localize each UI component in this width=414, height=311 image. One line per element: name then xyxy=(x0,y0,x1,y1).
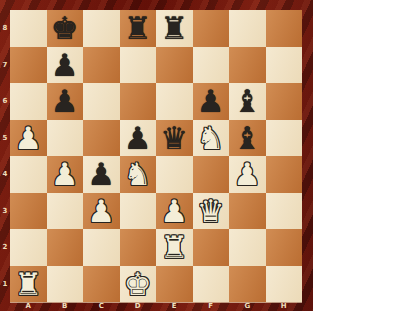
square-g1[interactable] xyxy=(229,266,266,303)
rank-label-3: 3 xyxy=(0,193,10,230)
piece-black-king[interactable]: ♚ xyxy=(51,10,79,47)
piece-white-pawn[interactable]: ♟ xyxy=(87,193,115,230)
square-e5[interactable]: ♛ xyxy=(156,120,193,157)
square-b4[interactable]: ♟ xyxy=(47,156,84,193)
square-b7[interactable]: ♟ xyxy=(47,47,84,84)
square-d7[interactable] xyxy=(120,47,157,84)
square-f1[interactable] xyxy=(193,266,230,303)
piece-white-pawn[interactable]: ♟ xyxy=(14,120,42,157)
square-e3[interactable]: ♟ xyxy=(156,193,193,230)
square-f6[interactable]: ♟ xyxy=(193,83,230,120)
square-g7[interactable] xyxy=(229,47,266,84)
square-e4[interactable] xyxy=(156,156,193,193)
square-b3[interactable] xyxy=(47,193,84,230)
square-c7[interactable] xyxy=(83,47,120,84)
chess-board-frame: 8 7 6 5 4 3 2 1 ♚♜♜♟♟♟♝♟♟♛♞♝♟♟♞♟♟♟♛♜♜♚ A… xyxy=(0,0,313,311)
square-c4[interactable]: ♟ xyxy=(83,156,120,193)
square-b1[interactable] xyxy=(47,266,84,303)
square-d8[interactable]: ♜ xyxy=(120,10,157,47)
piece-black-pawn[interactable]: ♟ xyxy=(51,83,79,120)
piece-white-knight[interactable]: ♞ xyxy=(124,156,152,193)
square-e7[interactable] xyxy=(156,47,193,84)
piece-white-pawn[interactable]: ♟ xyxy=(160,193,188,230)
square-a8[interactable] xyxy=(10,10,47,47)
rank-label-1: 1 xyxy=(0,266,10,303)
square-d4[interactable]: ♞ xyxy=(120,156,157,193)
square-g2[interactable] xyxy=(229,229,266,266)
square-a1[interactable]: ♜ xyxy=(10,266,47,303)
piece-black-pawn[interactable]: ♟ xyxy=(197,83,225,120)
square-h4[interactable] xyxy=(266,156,303,193)
square-g5[interactable]: ♝ xyxy=(229,120,266,157)
square-b6[interactable]: ♟ xyxy=(47,83,84,120)
square-a5[interactable]: ♟ xyxy=(10,120,47,157)
square-d3[interactable] xyxy=(120,193,157,230)
rank-label-8: 8 xyxy=(0,10,10,47)
square-g4[interactable]: ♟ xyxy=(229,156,266,193)
rank-label-2: 2 xyxy=(0,229,10,266)
rank-labels: 8 7 6 5 4 3 2 1 xyxy=(0,10,10,302)
square-h8[interactable] xyxy=(266,10,303,47)
square-b8[interactable]: ♚ xyxy=(47,10,84,47)
file-labels: A B C D E F G H xyxy=(10,302,302,311)
page: 8 7 6 5 4 3 2 1 ♚♜♜♟♟♟♝♟♟♛♞♝♟♟♞♟♟♟♛♜♜♚ A… xyxy=(0,0,414,311)
square-h7[interactable] xyxy=(266,47,303,84)
file-label-h: H xyxy=(266,302,303,311)
chess-board: ♚♜♜♟♟♟♝♟♟♛♞♝♟♟♞♟♟♟♛♜♜♚ xyxy=(10,10,302,302)
square-g3[interactable] xyxy=(229,193,266,230)
rank-label-6: 6 xyxy=(0,83,10,120)
square-d2[interactable] xyxy=(120,229,157,266)
square-c2[interactable] xyxy=(83,229,120,266)
piece-white-rook[interactable]: ♜ xyxy=(14,266,42,303)
piece-black-pawn[interactable]: ♟ xyxy=(124,120,152,157)
square-b5[interactable] xyxy=(47,120,84,157)
file-label-e: E xyxy=(156,302,193,311)
piece-black-rook[interactable]: ♜ xyxy=(160,10,188,47)
square-e8[interactable]: ♜ xyxy=(156,10,193,47)
rank-label-7: 7 xyxy=(0,47,10,84)
square-d6[interactable] xyxy=(120,83,157,120)
piece-black-pawn[interactable]: ♟ xyxy=(87,156,115,193)
square-f2[interactable] xyxy=(193,229,230,266)
square-c3[interactable]: ♟ xyxy=(83,193,120,230)
file-label-d: D xyxy=(120,302,157,311)
piece-white-rook[interactable]: ♜ xyxy=(160,229,188,266)
square-f5[interactable]: ♞ xyxy=(193,120,230,157)
square-d1[interactable]: ♚ xyxy=(120,266,157,303)
square-g8[interactable] xyxy=(229,10,266,47)
square-c1[interactable] xyxy=(83,266,120,303)
piece-white-pawn[interactable]: ♟ xyxy=(51,156,79,193)
square-h3[interactable] xyxy=(266,193,303,230)
piece-white-pawn[interactable]: ♟ xyxy=(233,156,261,193)
square-e2[interactable]: ♜ xyxy=(156,229,193,266)
square-a7[interactable] xyxy=(10,47,47,84)
square-c6[interactable] xyxy=(83,83,120,120)
piece-white-king[interactable]: ♚ xyxy=(124,266,152,303)
square-a2[interactable] xyxy=(10,229,47,266)
piece-black-bishop[interactable]: ♝ xyxy=(233,83,261,120)
square-e6[interactable] xyxy=(156,83,193,120)
piece-black-rook[interactable]: ♜ xyxy=(124,10,152,47)
file-label-a: A xyxy=(10,302,47,311)
square-h6[interactable] xyxy=(266,83,303,120)
square-e1[interactable] xyxy=(156,266,193,303)
square-f4[interactable] xyxy=(193,156,230,193)
rank-label-4: 4 xyxy=(0,156,10,193)
rank-label-5: 5 xyxy=(0,120,10,157)
square-h1[interactable] xyxy=(266,266,303,303)
square-a3[interactable] xyxy=(10,193,47,230)
piece-white-queen[interactable]: ♛ xyxy=(197,193,225,230)
file-label-f: F xyxy=(193,302,230,311)
file-label-b: B xyxy=(47,302,84,311)
piece-black-queen[interactable]: ♛ xyxy=(160,120,188,157)
square-g6[interactable]: ♝ xyxy=(229,83,266,120)
square-c5[interactable] xyxy=(83,120,120,157)
square-a4[interactable] xyxy=(10,156,47,193)
square-b2[interactable] xyxy=(47,229,84,266)
square-h2[interactable] xyxy=(266,229,303,266)
square-a6[interactable] xyxy=(10,83,47,120)
square-c8[interactable] xyxy=(83,10,120,47)
piece-black-bishop[interactable]: ♝ xyxy=(233,120,261,157)
piece-black-pawn[interactable]: ♟ xyxy=(51,47,79,84)
square-f3[interactable]: ♛ xyxy=(193,193,230,230)
square-f8[interactable] xyxy=(193,10,230,47)
square-h5[interactable] xyxy=(266,120,303,157)
piece-white-knight[interactable]: ♞ xyxy=(197,120,225,157)
file-label-g: G xyxy=(229,302,266,311)
square-f7[interactable] xyxy=(193,47,230,84)
square-d5[interactable]: ♟ xyxy=(120,120,157,157)
file-label-c: C xyxy=(83,302,120,311)
